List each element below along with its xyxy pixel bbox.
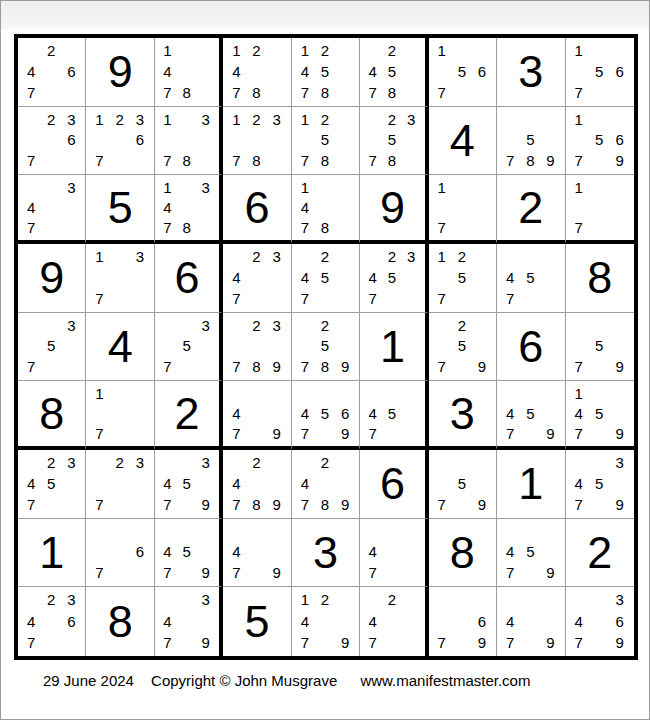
pencil-mark: 9 bbox=[196, 632, 215, 653]
pencil-mark: 9 bbox=[540, 562, 560, 583]
pencil-mark: 1 bbox=[569, 177, 589, 197]
cell-r4c1: 9 bbox=[18, 244, 86, 313]
pencil-marks: 124578 bbox=[292, 38, 359, 106]
pencil-mark: 7 bbox=[295, 356, 315, 377]
pencil-marks: 23457 bbox=[18, 450, 85, 518]
pencil-mark: 2 bbox=[315, 246, 335, 267]
pencil-mark: 7 bbox=[569, 150, 589, 171]
pencil-mark: 1 bbox=[226, 40, 246, 61]
cell-value: 4 bbox=[450, 118, 475, 163]
cell-r4c2: 137 bbox=[86, 244, 154, 313]
pencil-marks: 24578 bbox=[360, 38, 424, 106]
pencil-mark: 7 bbox=[226, 150, 246, 171]
pencil-mark: 4 bbox=[569, 611, 589, 632]
cell-r7c2: 237 bbox=[86, 450, 154, 519]
pencil-mark: 5 bbox=[382, 61, 401, 82]
pencil-mark: 2 bbox=[382, 589, 401, 610]
pencil-mark: 7 bbox=[158, 82, 177, 103]
pencil-mark: 3 bbox=[130, 109, 150, 130]
pencil-mark: 4 bbox=[295, 611, 315, 632]
pencil-mark: 9 bbox=[267, 423, 287, 443]
pencil-mark: 6 bbox=[130, 542, 150, 563]
pencil-mark: 7 bbox=[21, 217, 41, 237]
pencil-mark: 1 bbox=[158, 177, 177, 197]
pencil-mark: 4 bbox=[226, 267, 246, 288]
cell-value: 6 bbox=[245, 185, 270, 230]
pencil-marks: 1478 bbox=[292, 175, 359, 240]
pencil-mark: 3 bbox=[267, 246, 287, 267]
pencil-mark: 4 bbox=[226, 542, 246, 563]
cell-r9c3: 3479 bbox=[155, 587, 223, 656]
pencil-mark: 5 bbox=[520, 130, 540, 151]
cell-value: 1 bbox=[380, 324, 405, 369]
pencil-mark: 5 bbox=[452, 267, 472, 288]
footer: 29 June 2024 Copyright © John Musgrave w… bbox=[43, 672, 530, 689]
cell-r2c5: 12578 bbox=[292, 107, 360, 176]
pencil-mark: 2 bbox=[315, 40, 335, 61]
cell-r4c7: 1257 bbox=[429, 244, 497, 313]
pencil-mark: 6 bbox=[335, 403, 355, 423]
pencil-mark: 7 bbox=[226, 288, 246, 309]
pencil-mark: 9 bbox=[610, 494, 630, 515]
pencil-mark: 7 bbox=[569, 632, 589, 653]
pencil-mark: 4 bbox=[363, 542, 382, 563]
pencil-mark: 1 bbox=[569, 40, 589, 61]
pencil-mark: 4 bbox=[363, 403, 382, 423]
pencil-mark: 7 bbox=[21, 632, 41, 653]
pencil-mark: 5 bbox=[177, 336, 196, 357]
cell-r8c2: 67 bbox=[86, 519, 154, 588]
cell-r3c5: 1478 bbox=[292, 175, 360, 244]
pencil-mark: 5 bbox=[589, 403, 609, 423]
cell-r3c2: 5 bbox=[86, 175, 154, 244]
pencil-mark: 7 bbox=[226, 562, 246, 583]
pencil-marks: 4579 bbox=[155, 519, 219, 587]
pencil-marks: 137 bbox=[86, 244, 153, 312]
pencil-mark: 7 bbox=[432, 288, 452, 309]
pencil-mark: 6 bbox=[472, 61, 492, 82]
pencil-mark: 2 bbox=[41, 589, 61, 610]
pencil-mark: 7 bbox=[569, 217, 589, 237]
pencil-marks: 2467 bbox=[18, 38, 85, 106]
cell-value: 9 bbox=[108, 49, 133, 94]
pencil-marks: 23457 bbox=[360, 244, 424, 312]
pencil-marks: 2367 bbox=[18, 107, 85, 175]
pencil-mark: 4 bbox=[158, 542, 177, 563]
pencil-mark: 2 bbox=[315, 315, 335, 336]
cell-r2c4: 12378 bbox=[223, 107, 291, 176]
pencil-mark: 5 bbox=[589, 61, 609, 82]
cell-r8c3: 4579 bbox=[155, 519, 223, 588]
pencil-mark: 7 bbox=[158, 217, 177, 237]
pencil-marks: 479 bbox=[223, 381, 290, 446]
pencil-mark: 8 bbox=[520, 150, 540, 171]
pencil-mark: 2 bbox=[41, 40, 61, 61]
pencil-mark: 8 bbox=[315, 217, 335, 237]
pencil-marks: 14579 bbox=[566, 381, 634, 446]
pencil-marks: 23789 bbox=[223, 313, 290, 381]
pencil-mark: 3 bbox=[196, 589, 215, 610]
cell-r6c7: 3 bbox=[429, 381, 497, 450]
pencil-mark: 4 bbox=[295, 473, 315, 494]
pencil-mark: 2 bbox=[110, 452, 130, 473]
cell-value: 3 bbox=[313, 530, 338, 575]
pencil-mark: 5 bbox=[177, 542, 196, 563]
pencil-mark: 7 bbox=[569, 356, 589, 377]
pencil-marks: 25789 bbox=[292, 313, 359, 381]
cell-value: 8 bbox=[450, 530, 475, 575]
pencil-mark: 4 bbox=[363, 267, 382, 288]
pencil-mark: 7 bbox=[295, 288, 315, 309]
pencil-mark: 7 bbox=[295, 423, 315, 443]
pencil-mark: 6 bbox=[610, 611, 630, 632]
pencil-marks: 347 bbox=[18, 175, 85, 240]
pencil-mark: 7 bbox=[158, 562, 177, 583]
pencil-mark: 7 bbox=[226, 494, 246, 515]
cell-r8c5: 3 bbox=[292, 519, 360, 588]
cell-value: 2 bbox=[175, 391, 200, 436]
cell-r6c1: 8 bbox=[18, 381, 86, 450]
cell-r9c8: 479 bbox=[497, 587, 565, 656]
pencil-mark: 5 bbox=[452, 61, 472, 82]
cell-r3c9: 17 bbox=[566, 175, 634, 244]
pencil-mark: 4 bbox=[158, 473, 177, 494]
pencil-mark: 4 bbox=[226, 403, 246, 423]
pencil-mark: 3 bbox=[196, 109, 215, 130]
pencil-mark: 4 bbox=[500, 267, 520, 288]
pencil-mark: 4 bbox=[21, 197, 41, 217]
cell-value: 6 bbox=[175, 255, 200, 300]
pencil-marks: 24789 bbox=[292, 450, 359, 518]
pencil-mark: 3 bbox=[610, 452, 630, 473]
pencil-mark: 4 bbox=[295, 197, 315, 217]
pencil-marks: 2457 bbox=[292, 244, 359, 312]
cell-r2c2: 12367 bbox=[86, 107, 154, 176]
cell-r7c1: 23457 bbox=[18, 450, 86, 519]
pencil-mark: 2 bbox=[246, 109, 266, 130]
pencil-marks: 5789 bbox=[497, 107, 564, 175]
header-band bbox=[1, 1, 649, 29]
cell-r7c5: 24789 bbox=[292, 450, 360, 519]
pencil-mark: 2 bbox=[382, 40, 401, 61]
pencil-mark: 2 bbox=[246, 40, 266, 61]
pencil-mark: 2 bbox=[315, 589, 335, 610]
cell-r5c2: 4 bbox=[86, 313, 154, 382]
pencil-mark: 7 bbox=[226, 356, 246, 377]
pencil-mark: 4 bbox=[500, 611, 520, 632]
cell-value: 2 bbox=[518, 185, 543, 230]
cell-value: 5 bbox=[245, 599, 270, 644]
pencil-mark: 9 bbox=[335, 494, 355, 515]
pencil-marks: 17 bbox=[566, 175, 634, 240]
pencil-mark: 8 bbox=[315, 150, 335, 171]
pencil-mark: 4 bbox=[500, 542, 520, 563]
pencil-mark: 9 bbox=[335, 423, 355, 443]
pencil-mark: 1 bbox=[158, 40, 177, 61]
pencil-marks: 12378 bbox=[223, 107, 290, 175]
pencil-mark: 1 bbox=[295, 40, 315, 61]
pencil-mark: 7 bbox=[500, 423, 520, 443]
pencil-mark: 8 bbox=[315, 82, 335, 103]
pencil-mark: 8 bbox=[246, 150, 266, 171]
pencil-marks: 247 bbox=[360, 587, 424, 656]
cell-r3c8: 2 bbox=[497, 175, 565, 244]
cell-r6c3: 2 bbox=[155, 381, 223, 450]
cell-r7c6: 6 bbox=[360, 450, 428, 519]
cell-r2c7: 4 bbox=[429, 107, 497, 176]
cell-r1c2: 9 bbox=[86, 38, 154, 107]
pencil-mark: 2 bbox=[246, 452, 266, 473]
pencil-mark: 5 bbox=[382, 130, 401, 151]
pencil-mark: 2 bbox=[246, 315, 266, 336]
pencil-mark: 6 bbox=[610, 61, 630, 82]
cell-r1c9: 1567 bbox=[566, 38, 634, 107]
pencil-mark: 1 bbox=[569, 383, 589, 403]
cell-r1c3: 1478 bbox=[155, 38, 223, 107]
cell-r1c1: 2467 bbox=[18, 38, 86, 107]
pencil-mark: 7 bbox=[158, 494, 177, 515]
pencil-mark: 3 bbox=[196, 315, 215, 336]
pencil-mark: 3 bbox=[130, 246, 150, 267]
cell-r2c1: 2367 bbox=[18, 107, 86, 176]
pencil-mark: 3 bbox=[196, 177, 215, 197]
cell-r9c5: 12479 bbox=[292, 587, 360, 656]
pencil-mark: 2 bbox=[246, 246, 266, 267]
pencil-mark: 9 bbox=[610, 423, 630, 443]
cell-r9c2: 8 bbox=[86, 587, 154, 656]
pencil-mark: 7 bbox=[500, 288, 520, 309]
pencil-mark: 1 bbox=[295, 109, 315, 130]
pencil-mark: 7 bbox=[21, 494, 41, 515]
pencil-mark: 3 bbox=[267, 109, 287, 130]
pencil-marks: 1378 bbox=[155, 107, 219, 175]
pencil-mark: 8 bbox=[382, 82, 401, 103]
pencil-mark: 2 bbox=[41, 109, 61, 130]
pencil-mark: 1 bbox=[226, 109, 246, 130]
pencil-marks: 12367 bbox=[86, 107, 153, 175]
pencil-marks: 237 bbox=[86, 450, 153, 518]
cell-value: 9 bbox=[39, 255, 64, 300]
pencil-mark: 1 bbox=[295, 589, 315, 610]
cell-r4c9: 8 bbox=[566, 244, 634, 313]
cell-value: 1 bbox=[518, 461, 543, 506]
pencil-mark: 4 bbox=[226, 473, 246, 494]
cell-r3c4: 6 bbox=[223, 175, 291, 244]
pencil-mark: 1 bbox=[295, 177, 315, 197]
pencil-mark: 8 bbox=[382, 150, 401, 171]
pencil-marks: 579 bbox=[429, 450, 496, 518]
cell-r4c8: 457 bbox=[497, 244, 565, 313]
pencil-mark: 3 bbox=[61, 315, 81, 336]
pencil-mark: 3 bbox=[61, 109, 81, 130]
pencil-mark: 4 bbox=[569, 403, 589, 423]
pencil-mark: 4 bbox=[158, 611, 177, 632]
cell-r4c3: 6 bbox=[155, 244, 223, 313]
pencil-marks: 679 bbox=[429, 587, 496, 656]
pencil-mark: 7 bbox=[226, 423, 246, 443]
pencil-mark: 7 bbox=[569, 82, 589, 103]
pencil-mark: 7 bbox=[89, 423, 109, 443]
cell-value: 1 bbox=[39, 530, 64, 575]
pencil-mark: 9 bbox=[472, 494, 492, 515]
pencil-mark: 2 bbox=[110, 109, 130, 130]
pencil-marks: 4579 bbox=[497, 519, 564, 587]
pencil-mark: 7 bbox=[500, 150, 520, 171]
pencil-marks: 13478 bbox=[155, 175, 219, 240]
cell-r4c5: 2457 bbox=[292, 244, 360, 313]
pencil-mark: 7 bbox=[295, 82, 315, 103]
pencil-mark: 5 bbox=[41, 473, 61, 494]
pencil-mark: 5 bbox=[589, 130, 609, 151]
pencil-mark: 5 bbox=[315, 403, 335, 423]
pencil-mark: 6 bbox=[61, 130, 81, 151]
cell-r2c8: 5789 bbox=[497, 107, 565, 176]
pencil-mark: 9 bbox=[540, 150, 560, 171]
pencil-mark: 2 bbox=[452, 315, 472, 336]
cell-value: 8 bbox=[587, 255, 612, 300]
pencil-mark: 7 bbox=[158, 150, 177, 171]
cell-r1c6: 24578 bbox=[360, 38, 428, 107]
cell-r8c8: 4579 bbox=[497, 519, 565, 588]
cell-r1c4: 12478 bbox=[223, 38, 291, 107]
cell-r1c7: 1567 bbox=[429, 38, 497, 107]
cell-r3c7: 17 bbox=[429, 175, 497, 244]
pencil-mark: 7 bbox=[569, 423, 589, 443]
pencil-mark: 7 bbox=[295, 150, 315, 171]
sudoku-board: 2467914781247812457824578156731567236712… bbox=[14, 34, 638, 660]
pencil-mark: 5 bbox=[589, 336, 609, 357]
cell-value: 3 bbox=[450, 391, 475, 436]
pencil-mark: 7 bbox=[158, 356, 177, 377]
pencil-mark: 7 bbox=[89, 150, 109, 171]
pencil-marks: 1567 bbox=[566, 38, 634, 106]
pencil-mark: 3 bbox=[267, 315, 287, 336]
pencil-mark: 3 bbox=[402, 109, 421, 130]
pencil-mark: 7 bbox=[89, 288, 109, 309]
pencil-mark: 7 bbox=[363, 632, 382, 653]
cell-r8c9: 2 bbox=[566, 519, 634, 588]
pencil-mark: 1 bbox=[432, 177, 452, 197]
pencil-mark: 9 bbox=[472, 356, 492, 377]
pencil-mark: 4 bbox=[226, 61, 246, 82]
pencil-marks: 17 bbox=[429, 175, 496, 240]
pencil-mark: 5 bbox=[452, 473, 472, 494]
cell-value: 3 bbox=[518, 49, 543, 94]
pencil-mark: 4 bbox=[158, 61, 177, 82]
cell-r7c9: 34579 bbox=[566, 450, 634, 519]
pencil-mark: 1 bbox=[569, 109, 589, 130]
pencil-marks: 15679 bbox=[566, 107, 634, 175]
pencil-mark: 6 bbox=[610, 130, 630, 151]
pencil-marks: 1478 bbox=[155, 38, 219, 106]
pencil-marks: 12478 bbox=[223, 38, 290, 106]
pencil-mark: 2 bbox=[382, 109, 401, 130]
pencil-mark: 5 bbox=[41, 336, 61, 357]
cell-r1c8: 3 bbox=[497, 38, 565, 107]
puzzle-page: 2467914781247812457824578156731567236712… bbox=[0, 0, 650, 720]
pencil-mark: 7 bbox=[89, 562, 109, 583]
pencil-marks: 17 bbox=[86, 381, 153, 446]
pencil-mark: 7 bbox=[21, 150, 41, 171]
pencil-mark: 3 bbox=[61, 589, 81, 610]
pencil-mark: 5 bbox=[382, 267, 401, 288]
pencil-marks: 2579 bbox=[429, 313, 496, 381]
pencil-mark: 5 bbox=[382, 403, 401, 423]
pencil-mark: 1 bbox=[158, 109, 177, 130]
cell-r7c8: 1 bbox=[497, 450, 565, 519]
cell-r2c3: 1378 bbox=[155, 107, 223, 176]
pencil-mark: 6 bbox=[61, 61, 81, 82]
pencil-marks: 12479 bbox=[292, 587, 359, 656]
pencil-marks: 579 bbox=[566, 313, 634, 381]
pencil-marks: 3479 bbox=[155, 587, 219, 656]
pencil-mark: 8 bbox=[315, 494, 335, 515]
pencil-mark: 9 bbox=[196, 494, 215, 515]
pencil-mark: 4 bbox=[295, 61, 315, 82]
cell-value: 5 bbox=[108, 185, 133, 230]
pencil-mark: 3 bbox=[196, 452, 215, 473]
pencil-mark: 9 bbox=[196, 562, 215, 583]
pencil-mark: 4 bbox=[21, 473, 41, 494]
cell-r3c3: 13478 bbox=[155, 175, 223, 244]
pencil-marks: 1257 bbox=[429, 244, 496, 312]
pencil-mark: 8 bbox=[177, 217, 196, 237]
pencil-mark: 9 bbox=[610, 356, 630, 377]
pencil-mark: 7 bbox=[432, 82, 452, 103]
cell-r4c4: 2347 bbox=[223, 244, 291, 313]
pencil-marks: 34579 bbox=[155, 450, 219, 518]
pencil-marks: 4579 bbox=[497, 381, 564, 446]
pencil-mark: 5 bbox=[315, 267, 335, 288]
pencil-mark: 3 bbox=[402, 246, 421, 267]
pencil-mark: 9 bbox=[610, 632, 630, 653]
cell-value: 9 bbox=[380, 185, 405, 230]
cell-r5c9: 579 bbox=[566, 313, 634, 382]
pencil-marks: 47 bbox=[360, 519, 424, 587]
cell-value: 2 bbox=[587, 530, 612, 575]
pencil-mark: 2 bbox=[452, 246, 472, 267]
pencil-mark: 6 bbox=[61, 611, 81, 632]
cell-r4c6: 23457 bbox=[360, 244, 428, 313]
pencil-marks: 1567 bbox=[429, 38, 496, 106]
pencil-mark: 9 bbox=[540, 632, 560, 653]
pencil-mark: 7 bbox=[432, 356, 452, 377]
pencil-mark: 4 bbox=[21, 61, 41, 82]
pencil-mark: 9 bbox=[267, 356, 287, 377]
pencil-mark: 7 bbox=[21, 356, 41, 377]
pencil-marks: 23578 bbox=[360, 107, 424, 175]
pencil-marks: 357 bbox=[18, 313, 85, 381]
pencil-marks: 357 bbox=[155, 313, 219, 381]
pencil-mark: 6 bbox=[472, 611, 492, 632]
cell-value: 8 bbox=[108, 599, 133, 644]
cell-r6c9: 14579 bbox=[566, 381, 634, 450]
pencil-mark: 2 bbox=[41, 452, 61, 473]
pencil-marks: 45679 bbox=[292, 381, 359, 446]
pencil-mark: 2 bbox=[382, 246, 401, 267]
pencil-mark: 8 bbox=[246, 494, 266, 515]
cell-r6c2: 17 bbox=[86, 381, 154, 450]
pencil-mark: 3 bbox=[61, 452, 81, 473]
pencil-mark: 7 bbox=[363, 562, 382, 583]
pencil-mark: 2 bbox=[315, 109, 335, 130]
pencil-mark: 1 bbox=[432, 40, 452, 61]
pencil-mark: 4 bbox=[363, 611, 382, 632]
pencil-marks: 23467 bbox=[18, 587, 85, 656]
pencil-marks: 479 bbox=[497, 587, 564, 656]
cell-r9c1: 23467 bbox=[18, 587, 86, 656]
pencil-mark: 9 bbox=[267, 494, 287, 515]
